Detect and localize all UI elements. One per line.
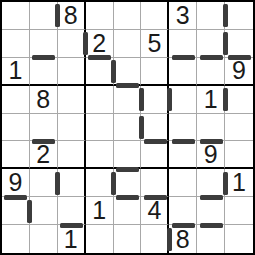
cell-r5c6[interactable] — [141, 114, 169, 142]
cell-r4c4[interactable] — [86, 86, 114, 114]
cell-r4c3[interactable] — [58, 86, 86, 114]
cell-r1c4[interactable] — [86, 2, 114, 30]
cell-r8c1[interactable] — [2, 197, 30, 225]
consecutive-mark-h-c8-r8-r9 — [200, 223, 223, 228]
cell-r9c6[interactable] — [141, 225, 169, 253]
cell-r2c7[interactable] — [169, 30, 197, 58]
cell-r1c8[interactable] — [197, 2, 225, 30]
cell-r9c2[interactable] — [30, 225, 58, 253]
consecutive-mark-h-c4-r2-r3 — [88, 55, 111, 60]
cell-r3c2[interactable] — [30, 58, 58, 86]
cell-r8c5[interactable] — [114, 197, 142, 225]
cell-r7c2[interactable] — [30, 169, 58, 197]
cell-r3c9[interactable]: 9 — [225, 58, 253, 86]
cell-r9c4[interactable] — [86, 225, 114, 253]
cell-r4c8[interactable]: 1 — [197, 86, 225, 114]
consecutive-mark-h-c6-r7-r8 — [144, 195, 167, 200]
cell-r7c7[interactable] — [169, 169, 197, 197]
cell-r9c8[interactable] — [197, 225, 225, 253]
cell-r6c2[interactable]: 2 — [30, 141, 58, 169]
consecutive-mark-v-r8-c1-c2 — [27, 200, 32, 223]
cell-r6c3[interactable] — [58, 141, 86, 169]
cell-r2c1[interactable] — [2, 30, 30, 58]
cell-r7c9[interactable]: 1 — [225, 169, 253, 197]
cell-r1c7[interactable]: 3 — [169, 2, 197, 30]
cell-r4c9[interactable] — [225, 86, 253, 114]
cell-r2c9[interactable] — [225, 30, 253, 58]
cell-r6c8[interactable]: 9 — [197, 141, 225, 169]
consecutive-mark-h-c3-r8-r9 — [60, 223, 83, 228]
cell-r6c6[interactable] — [141, 141, 169, 169]
consecutive-mark-v-r7-c4-c5 — [111, 172, 116, 195]
consecutive-mark-h-c7-r2-r3 — [172, 55, 195, 60]
consecutive-sudoku-board: 8325198129911418 — [0, 0, 255, 255]
consecutive-mark-v-r2-c8-c9 — [223, 32, 228, 55]
cell-r3c6[interactable] — [141, 58, 169, 86]
consecutive-mark-h-c5-r7-r8 — [116, 195, 139, 200]
consecutive-mark-v-r1-c8-c9 — [223, 4, 228, 27]
cell-r2c4[interactable]: 2 — [86, 30, 114, 58]
consecutive-mark-h-c8-r5-r6 — [200, 139, 223, 144]
cell-r8c4[interactable]: 1 — [86, 197, 114, 225]
consecutive-mark-v-r4-c6-c7 — [167, 88, 172, 111]
cell-r7c4[interactable] — [86, 169, 114, 197]
cell-r8c9[interactable] — [225, 197, 253, 225]
consecutive-mark-h-c8-r7-r8 — [200, 195, 223, 200]
consecutive-mark-h-c7-r8-r9 — [172, 223, 195, 228]
consecutive-mark-v-r4-c5-c6 — [139, 88, 144, 111]
consecutive-mark-v-r5-c5-c6 — [139, 116, 144, 139]
consecutive-mark-h-c5-r3-r4 — [116, 83, 139, 88]
cell-r2c3[interactable] — [58, 30, 86, 58]
cell-r1c6[interactable] — [141, 2, 169, 30]
cell-r7c6[interactable] — [141, 169, 169, 197]
consecutive-mark-v-r4-c8-c9 — [223, 88, 228, 111]
cell-r3c4[interactable] — [86, 58, 114, 86]
cell-r4c1[interactable] — [2, 86, 30, 114]
cell-r5c5[interactable] — [114, 114, 142, 142]
cell-r8c8[interactable] — [197, 197, 225, 225]
consecutive-mark-v-r1-c2-c3 — [55, 4, 60, 27]
consecutive-mark-v-r7-c8-c9 — [223, 172, 228, 195]
cell-r3c3[interactable] — [58, 58, 86, 86]
cell-r9c3[interactable]: 1 — [58, 225, 86, 253]
cell-r2c2[interactable] — [30, 30, 58, 58]
consecutive-mark-h-c1-r7-r8 — [4, 195, 27, 200]
cell-r9c5[interactable] — [114, 225, 142, 253]
cell-r6c9[interactable] — [225, 141, 253, 169]
cell-r5c8[interactable] — [197, 114, 225, 142]
cell-r5c1[interactable] — [2, 114, 30, 142]
consecutive-mark-v-r7-c2-c3 — [55, 172, 60, 195]
cell-r6c1[interactable] — [2, 141, 30, 169]
consecutive-mark-h-c7-r5-r6 — [172, 139, 195, 144]
cell-r1c5[interactable] — [114, 2, 142, 30]
cell-r2c8[interactable] — [197, 30, 225, 58]
cell-r7c5[interactable] — [114, 169, 142, 197]
consecutive-mark-v-r9-c6-c7 — [167, 228, 172, 251]
consecutive-mark-v-r3-c4-c5 — [111, 60, 116, 83]
cell-r4c2[interactable]: 8 — [30, 86, 58, 114]
cell-r4c5[interactable] — [114, 86, 142, 114]
cell-r6c5[interactable] — [114, 141, 142, 169]
cell-r2c6[interactable]: 5 — [141, 30, 169, 58]
cell-r8c6[interactable]: 4 — [141, 197, 169, 225]
cell-r7c8[interactable] — [197, 169, 225, 197]
cell-r1c9[interactable] — [225, 2, 253, 30]
consecutive-mark-v-r2-c3-c4 — [83, 32, 88, 55]
cell-r5c2[interactable] — [30, 114, 58, 142]
cell-r1c2[interactable] — [30, 2, 58, 30]
cell-r2c5[interactable] — [114, 30, 142, 58]
cell-r4c7[interactable] — [169, 86, 197, 114]
consecutive-mark-h-c8-r2-r3 — [200, 55, 223, 60]
cell-r5c9[interactable] — [225, 114, 253, 142]
cell-r6c4[interactable] — [86, 141, 114, 169]
cell-r9c9[interactable] — [225, 225, 253, 253]
cell-r1c1[interactable] — [2, 2, 30, 30]
consecutive-mark-h-c9-r2-r3 — [228, 55, 251, 60]
cell-r8c7[interactable] — [169, 197, 197, 225]
consecutive-mark-h-c2-r5-r6 — [32, 139, 55, 144]
cell-r5c4[interactable] — [86, 114, 114, 142]
consecutive-mark-h-c6-r5-r6 — [144, 139, 167, 144]
cell-r9c1[interactable] — [2, 225, 30, 253]
cell-r3c8[interactable] — [197, 58, 225, 86]
cell-r7c1[interactable]: 9 — [2, 169, 30, 197]
cell-r1c3[interactable]: 8 — [58, 2, 86, 30]
consecutive-mark-h-c5-r6-r7 — [116, 167, 139, 172]
cell-r4c6[interactable] — [141, 86, 169, 114]
cell-r3c7[interactable] — [169, 58, 197, 86]
cell-r5c3[interactable] — [58, 114, 86, 142]
cell-r5c7[interactable] — [169, 114, 197, 142]
cell-r7c3[interactable] — [58, 169, 86, 197]
cell-r3c1[interactable]: 1 — [2, 58, 30, 86]
cell-r6c7[interactable] — [169, 141, 197, 169]
consecutive-mark-h-c2-r2-r3 — [32, 55, 55, 60]
cell-r9c7[interactable]: 8 — [169, 225, 197, 253]
cell-r3c5[interactable] — [114, 58, 142, 86]
cell-r8c2[interactable] — [30, 197, 58, 225]
cell-r8c3[interactable] — [58, 197, 86, 225]
